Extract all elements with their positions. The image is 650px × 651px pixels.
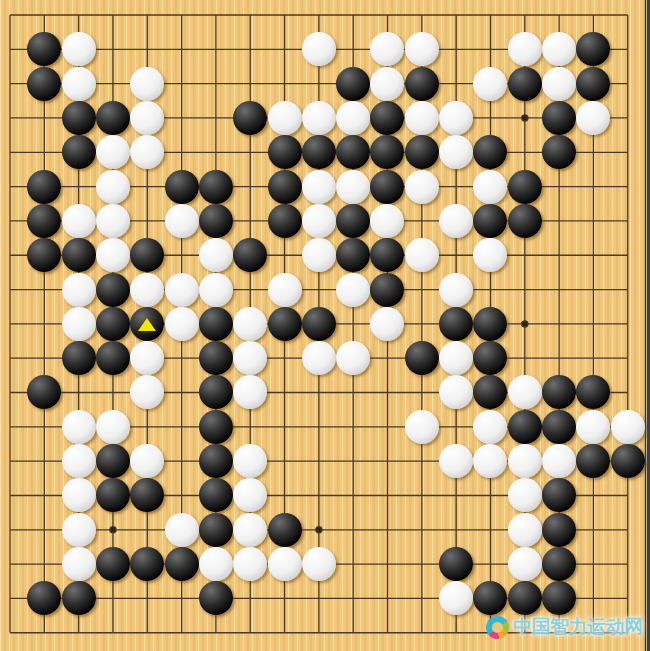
black-stone[interactable] bbox=[130, 238, 164, 272]
intersection[interactable] bbox=[576, 410, 610, 444]
intersection[interactable] bbox=[542, 341, 576, 375]
intersection[interactable] bbox=[267, 615, 301, 649]
black-stone[interactable] bbox=[199, 478, 233, 512]
black-stone[interactable] bbox=[96, 307, 130, 341]
intersection[interactable] bbox=[233, 615, 267, 649]
intersection[interactable] bbox=[370, 307, 404, 341]
intersection[interactable] bbox=[370, 32, 404, 66]
intersection[interactable] bbox=[267, 0, 301, 32]
black-stone[interactable] bbox=[268, 135, 302, 169]
black-stone[interactable] bbox=[199, 513, 233, 547]
white-stone[interactable] bbox=[96, 135, 130, 169]
intersection[interactable] bbox=[370, 169, 404, 203]
black-stone[interactable] bbox=[130, 307, 164, 341]
white-stone[interactable] bbox=[130, 273, 164, 307]
black-stone[interactable] bbox=[370, 273, 404, 307]
intersection[interactable] bbox=[610, 0, 644, 32]
intersection[interactable] bbox=[610, 238, 644, 272]
intersection[interactable] bbox=[0, 547, 27, 581]
intersection[interactable] bbox=[164, 581, 198, 615]
intersection[interactable] bbox=[508, 101, 542, 135]
intersection[interactable] bbox=[405, 101, 439, 135]
intersection[interactable] bbox=[130, 444, 164, 478]
intersection[interactable] bbox=[542, 581, 576, 615]
intersection[interactable] bbox=[336, 547, 370, 581]
black-stone[interactable] bbox=[233, 101, 267, 135]
black-stone[interactable] bbox=[473, 204, 507, 238]
intersection[interactable] bbox=[473, 513, 507, 547]
intersection[interactable] bbox=[96, 444, 130, 478]
intersection[interactable] bbox=[233, 32, 267, 66]
white-stone[interactable] bbox=[439, 581, 473, 615]
intersection[interactable] bbox=[199, 307, 233, 341]
intersection[interactable] bbox=[370, 410, 404, 444]
white-stone[interactable] bbox=[302, 170, 336, 204]
intersection[interactable] bbox=[164, 478, 198, 512]
intersection[interactable] bbox=[439, 547, 473, 581]
intersection[interactable] bbox=[61, 341, 95, 375]
white-stone[interactable] bbox=[268, 547, 302, 581]
white-stone[interactable] bbox=[165, 307, 199, 341]
intersection[interactable] bbox=[267, 169, 301, 203]
intersection[interactable] bbox=[610, 204, 644, 238]
intersection[interactable] bbox=[473, 410, 507, 444]
intersection[interactable] bbox=[576, 547, 610, 581]
intersection[interactable] bbox=[233, 307, 267, 341]
intersection[interactable] bbox=[27, 101, 61, 135]
intersection[interactable] bbox=[0, 169, 27, 203]
white-stone[interactable] bbox=[302, 101, 336, 135]
white-stone[interactable] bbox=[405, 238, 439, 272]
intersection[interactable] bbox=[233, 410, 267, 444]
intersection[interactable] bbox=[473, 478, 507, 512]
black-stone[interactable] bbox=[27, 170, 61, 204]
intersection[interactable] bbox=[508, 410, 542, 444]
black-stone[interactable] bbox=[542, 135, 576, 169]
intersection[interactable] bbox=[267, 547, 301, 581]
intersection[interactable] bbox=[233, 478, 267, 512]
intersection[interactable] bbox=[508, 341, 542, 375]
intersection[interactable] bbox=[0, 375, 27, 409]
intersection[interactable] bbox=[302, 204, 336, 238]
intersection[interactable] bbox=[473, 0, 507, 32]
intersection[interactable] bbox=[508, 547, 542, 581]
intersection[interactable] bbox=[405, 615, 439, 649]
intersection[interactable] bbox=[439, 375, 473, 409]
intersection[interactable] bbox=[130, 307, 164, 341]
intersection[interactable] bbox=[302, 341, 336, 375]
intersection[interactable] bbox=[302, 513, 336, 547]
intersection[interactable] bbox=[302, 581, 336, 615]
intersection[interactable] bbox=[0, 410, 27, 444]
black-stone[interactable] bbox=[96, 273, 130, 307]
intersection[interactable] bbox=[164, 375, 198, 409]
intersection[interactable] bbox=[370, 375, 404, 409]
intersection[interactable] bbox=[164, 272, 198, 306]
intersection[interactable] bbox=[576, 341, 610, 375]
white-stone[interactable] bbox=[336, 273, 370, 307]
intersection[interactable] bbox=[439, 478, 473, 512]
white-stone[interactable] bbox=[542, 444, 576, 478]
white-stone[interactable] bbox=[473, 410, 507, 444]
intersection[interactable] bbox=[199, 66, 233, 100]
intersection[interactable] bbox=[61, 169, 95, 203]
black-stone[interactable] bbox=[27, 67, 61, 101]
intersection[interactable] bbox=[439, 101, 473, 135]
intersection[interactable] bbox=[27, 581, 61, 615]
black-stone[interactable] bbox=[165, 547, 199, 581]
white-stone[interactable] bbox=[302, 547, 336, 581]
intersection[interactable] bbox=[370, 0, 404, 32]
intersection[interactable] bbox=[61, 307, 95, 341]
black-stone[interactable] bbox=[576, 67, 610, 101]
black-stone[interactable] bbox=[199, 341, 233, 375]
intersection[interactable] bbox=[439, 307, 473, 341]
intersection[interactable] bbox=[61, 101, 95, 135]
intersection[interactable] bbox=[610, 135, 644, 169]
intersection[interactable] bbox=[576, 169, 610, 203]
intersection[interactable] bbox=[199, 410, 233, 444]
intersection[interactable] bbox=[542, 66, 576, 100]
black-stone[interactable] bbox=[542, 513, 576, 547]
intersection[interactable] bbox=[302, 238, 336, 272]
black-stone[interactable] bbox=[508, 170, 542, 204]
intersection[interactable] bbox=[302, 272, 336, 306]
white-stone[interactable] bbox=[370, 32, 404, 66]
intersection[interactable] bbox=[405, 410, 439, 444]
black-stone[interactable] bbox=[508, 581, 542, 615]
intersection[interactable] bbox=[233, 272, 267, 306]
intersection[interactable] bbox=[370, 135, 404, 169]
white-stone[interactable] bbox=[370, 67, 404, 101]
intersection[interactable] bbox=[199, 204, 233, 238]
intersection[interactable] bbox=[542, 135, 576, 169]
intersection[interactable] bbox=[61, 478, 95, 512]
intersection[interactable] bbox=[199, 375, 233, 409]
intersection[interactable] bbox=[96, 375, 130, 409]
white-stone[interactable] bbox=[233, 341, 267, 375]
intersection[interactable] bbox=[61, 547, 95, 581]
intersection[interactable] bbox=[164, 341, 198, 375]
intersection[interactable] bbox=[164, 410, 198, 444]
intersection[interactable] bbox=[233, 66, 267, 100]
intersection[interactable] bbox=[370, 478, 404, 512]
black-stone[interactable] bbox=[370, 101, 404, 135]
white-stone[interactable] bbox=[62, 478, 96, 512]
black-stone[interactable] bbox=[199, 581, 233, 615]
intersection[interactable] bbox=[576, 238, 610, 272]
white-stone[interactable] bbox=[473, 67, 507, 101]
white-stone[interactable] bbox=[576, 410, 610, 444]
black-stone[interactable] bbox=[576, 444, 610, 478]
intersection[interactable] bbox=[27, 410, 61, 444]
intersection[interactable] bbox=[336, 444, 370, 478]
black-stone[interactable] bbox=[370, 238, 404, 272]
white-stone[interactable] bbox=[542, 32, 576, 66]
intersection[interactable] bbox=[610, 444, 644, 478]
intersection[interactable] bbox=[96, 410, 130, 444]
white-stone[interactable] bbox=[302, 204, 336, 238]
intersection[interactable] bbox=[336, 478, 370, 512]
intersection[interactable] bbox=[96, 32, 130, 66]
intersection[interactable] bbox=[610, 375, 644, 409]
intersection[interactable] bbox=[508, 135, 542, 169]
intersection[interactable] bbox=[405, 375, 439, 409]
intersection[interactable] bbox=[405, 581, 439, 615]
intersection[interactable] bbox=[96, 135, 130, 169]
intersection[interactable] bbox=[130, 32, 164, 66]
intersection[interactable] bbox=[473, 135, 507, 169]
intersection[interactable] bbox=[508, 581, 542, 615]
intersection[interactable] bbox=[27, 272, 61, 306]
intersection[interactable] bbox=[370, 547, 404, 581]
intersection[interactable] bbox=[473, 581, 507, 615]
intersection[interactable] bbox=[610, 513, 644, 547]
intersection[interactable] bbox=[27, 615, 61, 649]
intersection[interactable] bbox=[0, 513, 27, 547]
intersection[interactable] bbox=[610, 547, 644, 581]
intersection[interactable] bbox=[164, 204, 198, 238]
intersection[interactable] bbox=[473, 169, 507, 203]
black-stone[interactable] bbox=[542, 478, 576, 512]
intersection[interactable] bbox=[473, 341, 507, 375]
intersection[interactable] bbox=[164, 547, 198, 581]
intersection[interactable] bbox=[508, 272, 542, 306]
intersection[interactable] bbox=[405, 307, 439, 341]
intersection[interactable] bbox=[439, 204, 473, 238]
intersection[interactable] bbox=[439, 169, 473, 203]
intersection[interactable] bbox=[302, 547, 336, 581]
intersection[interactable] bbox=[439, 238, 473, 272]
black-stone[interactable] bbox=[542, 547, 576, 581]
intersection[interactable] bbox=[370, 341, 404, 375]
white-stone[interactable] bbox=[370, 307, 404, 341]
black-stone[interactable] bbox=[199, 307, 233, 341]
intersection[interactable] bbox=[96, 66, 130, 100]
intersection[interactable] bbox=[439, 32, 473, 66]
white-stone[interactable] bbox=[233, 307, 267, 341]
intersection[interactable] bbox=[405, 32, 439, 66]
intersection[interactable] bbox=[370, 101, 404, 135]
white-stone[interactable] bbox=[405, 410, 439, 444]
intersection[interactable] bbox=[370, 581, 404, 615]
intersection[interactable] bbox=[473, 101, 507, 135]
black-stone[interactable] bbox=[439, 547, 473, 581]
intersection[interactable] bbox=[302, 101, 336, 135]
black-stone[interactable] bbox=[542, 375, 576, 409]
white-stone[interactable] bbox=[336, 101, 370, 135]
intersection[interactable] bbox=[542, 272, 576, 306]
intersection[interactable] bbox=[439, 513, 473, 547]
white-stone[interactable] bbox=[233, 513, 267, 547]
white-stone[interactable] bbox=[336, 170, 370, 204]
intersection[interactable] bbox=[267, 513, 301, 547]
black-stone[interactable] bbox=[27, 581, 61, 615]
white-stone[interactable] bbox=[370, 204, 404, 238]
intersection[interactable] bbox=[370, 204, 404, 238]
intersection[interactable] bbox=[508, 66, 542, 100]
intersection[interactable] bbox=[0, 581, 27, 615]
intersection[interactable] bbox=[267, 307, 301, 341]
intersection[interactable] bbox=[576, 581, 610, 615]
black-stone[interactable] bbox=[27, 375, 61, 409]
intersection[interactable] bbox=[199, 0, 233, 32]
intersection[interactable] bbox=[542, 101, 576, 135]
black-stone[interactable] bbox=[130, 547, 164, 581]
black-stone[interactable] bbox=[165, 170, 199, 204]
intersection[interactable] bbox=[164, 513, 198, 547]
white-stone[interactable] bbox=[508, 444, 542, 478]
intersection[interactable] bbox=[164, 169, 198, 203]
intersection[interactable] bbox=[130, 513, 164, 547]
intersection[interactable] bbox=[199, 615, 233, 649]
white-stone[interactable] bbox=[62, 273, 96, 307]
intersection[interactable] bbox=[130, 204, 164, 238]
intersection[interactable] bbox=[233, 169, 267, 203]
intersection[interactable] bbox=[405, 272, 439, 306]
intersection[interactable] bbox=[508, 204, 542, 238]
intersection[interactable] bbox=[233, 238, 267, 272]
black-stone[interactable] bbox=[405, 341, 439, 375]
intersection[interactable] bbox=[542, 204, 576, 238]
intersection[interactable] bbox=[27, 32, 61, 66]
intersection[interactable] bbox=[27, 307, 61, 341]
intersection[interactable] bbox=[336, 307, 370, 341]
black-stone[interactable] bbox=[576, 375, 610, 409]
intersection[interactable] bbox=[0, 238, 27, 272]
intersection[interactable] bbox=[336, 32, 370, 66]
intersection[interactable] bbox=[370, 66, 404, 100]
intersection[interactable] bbox=[439, 66, 473, 100]
intersection[interactable] bbox=[27, 375, 61, 409]
intersection[interactable] bbox=[267, 101, 301, 135]
intersection[interactable] bbox=[405, 513, 439, 547]
intersection[interactable] bbox=[27, 204, 61, 238]
intersection[interactable] bbox=[370, 444, 404, 478]
intersection[interactable] bbox=[164, 66, 198, 100]
intersection[interactable] bbox=[61, 444, 95, 478]
intersection[interactable] bbox=[233, 547, 267, 581]
black-stone[interactable] bbox=[199, 204, 233, 238]
white-stone[interactable] bbox=[165, 273, 199, 307]
intersection[interactable] bbox=[199, 238, 233, 272]
white-stone[interactable] bbox=[302, 32, 336, 66]
intersection[interactable] bbox=[370, 615, 404, 649]
intersection[interactable] bbox=[61, 204, 95, 238]
intersection[interactable] bbox=[302, 375, 336, 409]
black-stone[interactable] bbox=[199, 375, 233, 409]
intersection[interactable] bbox=[96, 581, 130, 615]
intersection[interactable] bbox=[199, 341, 233, 375]
white-stone[interactable] bbox=[165, 513, 199, 547]
intersection[interactable] bbox=[542, 32, 576, 66]
white-stone[interactable] bbox=[130, 375, 164, 409]
black-stone[interactable] bbox=[233, 238, 267, 272]
intersection[interactable] bbox=[336, 66, 370, 100]
intersection[interactable] bbox=[508, 513, 542, 547]
intersection[interactable] bbox=[96, 307, 130, 341]
intersection[interactable] bbox=[61, 410, 95, 444]
black-stone[interactable] bbox=[473, 135, 507, 169]
white-stone[interactable] bbox=[130, 341, 164, 375]
intersection[interactable] bbox=[302, 135, 336, 169]
intersection[interactable] bbox=[96, 238, 130, 272]
white-stone[interactable] bbox=[473, 238, 507, 272]
intersection[interactable] bbox=[302, 410, 336, 444]
intersection[interactable] bbox=[199, 272, 233, 306]
intersection[interactable] bbox=[267, 272, 301, 306]
black-stone[interactable] bbox=[96, 444, 130, 478]
intersection[interactable] bbox=[576, 135, 610, 169]
black-stone[interactable] bbox=[336, 238, 370, 272]
black-stone[interactable] bbox=[473, 375, 507, 409]
intersection[interactable] bbox=[610, 341, 644, 375]
white-stone[interactable] bbox=[508, 478, 542, 512]
intersection[interactable] bbox=[473, 375, 507, 409]
intersection[interactable] bbox=[164, 101, 198, 135]
black-stone[interactable] bbox=[473, 307, 507, 341]
intersection[interactable] bbox=[405, 444, 439, 478]
intersection[interactable] bbox=[508, 0, 542, 32]
intersection[interactable] bbox=[0, 615, 27, 649]
intersection[interactable] bbox=[199, 478, 233, 512]
black-stone[interactable] bbox=[199, 410, 233, 444]
black-stone[interactable] bbox=[96, 101, 130, 135]
intersection[interactable] bbox=[439, 0, 473, 32]
black-stone[interactable] bbox=[508, 204, 542, 238]
intersection[interactable] bbox=[0, 204, 27, 238]
intersection[interactable] bbox=[61, 0, 95, 32]
white-stone[interactable] bbox=[439, 273, 473, 307]
white-stone[interactable] bbox=[439, 204, 473, 238]
white-stone[interactable] bbox=[405, 32, 439, 66]
intersection[interactable] bbox=[267, 32, 301, 66]
intersection[interactable] bbox=[164, 0, 198, 32]
intersection[interactable] bbox=[61, 272, 95, 306]
white-stone[interactable] bbox=[611, 410, 645, 444]
white-stone[interactable] bbox=[302, 341, 336, 375]
black-stone[interactable] bbox=[268, 170, 302, 204]
intersection[interactable] bbox=[267, 341, 301, 375]
intersection[interactable] bbox=[576, 204, 610, 238]
intersection[interactable] bbox=[27, 513, 61, 547]
intersection[interactable] bbox=[508, 307, 542, 341]
white-stone[interactable] bbox=[576, 101, 610, 135]
intersection[interactable] bbox=[576, 307, 610, 341]
intersection[interactable] bbox=[302, 615, 336, 649]
intersection[interactable] bbox=[405, 341, 439, 375]
intersection[interactable] bbox=[439, 444, 473, 478]
intersection[interactable] bbox=[164, 307, 198, 341]
black-stone[interactable] bbox=[576, 32, 610, 66]
intersection[interactable] bbox=[542, 410, 576, 444]
white-stone[interactable] bbox=[439, 444, 473, 478]
white-stone[interactable] bbox=[62, 444, 96, 478]
intersection[interactable] bbox=[370, 238, 404, 272]
black-stone[interactable] bbox=[27, 238, 61, 272]
intersection[interactable] bbox=[336, 0, 370, 32]
intersection[interactable] bbox=[130, 169, 164, 203]
intersection[interactable] bbox=[576, 0, 610, 32]
intersection[interactable] bbox=[96, 478, 130, 512]
intersection[interactable] bbox=[27, 444, 61, 478]
intersection[interactable] bbox=[27, 547, 61, 581]
intersection[interactable] bbox=[130, 101, 164, 135]
intersection[interactable] bbox=[542, 513, 576, 547]
black-stone[interactable] bbox=[473, 341, 507, 375]
intersection[interactable] bbox=[473, 272, 507, 306]
black-stone[interactable] bbox=[439, 307, 473, 341]
